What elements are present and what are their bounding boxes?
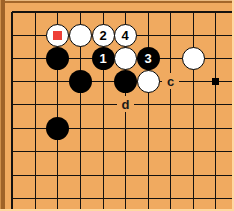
grid-line-horizontal (12, 11, 232, 13)
grid-line-vertical (215, 12, 216, 209)
grid-line-horizontal (12, 175, 232, 176)
white-stone-move-2[interactable]: 2 (92, 24, 115, 47)
white-stone[interactable] (69, 24, 92, 47)
black-stone[interactable] (69, 70, 92, 93)
black-stone-move-3[interactable]: 3 (137, 47, 160, 70)
white-stone-move-4[interactable]: 4 (114, 24, 137, 47)
black-stone[interactable] (46, 47, 69, 70)
grid-line-horizontal (12, 151, 232, 152)
grid-line-horizontal (12, 198, 232, 199)
grid-line-vertical (193, 12, 194, 209)
black-stone[interactable] (114, 70, 137, 93)
grid-line-vertical (11, 12, 13, 209)
board-bevel-right (232, 0, 234, 211)
white-stone-marked[interactable] (46, 24, 69, 47)
black-stone-move-1[interactable]: 1 (92, 47, 115, 70)
go-board[interactable]: cd2413 (0, 0, 234, 211)
star-point-marker (212, 78, 219, 85)
move-number-label: 2 (99, 29, 106, 42)
white-stone[interactable] (182, 47, 205, 70)
board-bevel-left (0, 0, 5, 211)
grid-line-vertical (35, 12, 36, 209)
point-label-c[interactable]: c (162, 73, 179, 89)
move-number-label: 4 (121, 29, 128, 42)
white-stone[interactable] (114, 47, 137, 70)
white-stone[interactable] (137, 70, 160, 93)
grid-line-vertical (170, 12, 171, 209)
point-label-d[interactable]: d (117, 96, 134, 112)
move-number-label: 1 (99, 52, 106, 65)
board-bevel-bottom (0, 209, 234, 211)
black-stone[interactable] (46, 117, 69, 140)
grid-line-vertical (148, 12, 149, 209)
red-square-mark (53, 31, 62, 40)
board-bevel-top (0, 0, 234, 3)
move-number-label: 3 (144, 52, 151, 65)
